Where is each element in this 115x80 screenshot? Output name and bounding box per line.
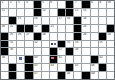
cell-r9c10[interactable]: 45 xyxy=(74,64,81,71)
cell-r6c8-black[interactable] xyxy=(58,41,65,48)
clue-number: 26 xyxy=(18,33,21,36)
crossword-grid: 1234567891011121314151617181920212223242… xyxy=(0,0,115,80)
clue-number: 27 xyxy=(26,33,29,36)
cell-r2c3[interactable] xyxy=(17,9,24,16)
cell-r6c9[interactable]: 33 xyxy=(66,41,73,48)
cell-r9c9-black[interactable] xyxy=(66,64,73,71)
cell-r7c14[interactable] xyxy=(107,48,114,55)
cell-r2c4[interactable] xyxy=(25,9,32,16)
cell-r1c11-black[interactable] xyxy=(82,1,89,8)
clue-number: 9 xyxy=(99,1,101,4)
pencil-mark xyxy=(54,43,56,45)
clue-number: 42 xyxy=(99,56,102,59)
cell-r4c2[interactable]: 21 xyxy=(9,25,16,32)
cell-r9c7[interactable]: 44 xyxy=(50,64,57,71)
cell-r2c7[interactable] xyxy=(50,9,57,16)
cell-r4c3-black[interactable] xyxy=(17,25,24,32)
cell-r8c8[interactable]: 41 xyxy=(58,56,65,63)
cell-r5c10-black[interactable] xyxy=(74,33,81,40)
cell-r10c11-black[interactable] xyxy=(82,72,89,79)
cell-r10c1[interactable] xyxy=(1,72,8,79)
cell-r1c12[interactable]: 8 xyxy=(91,1,98,8)
clue-number: 46 xyxy=(91,64,94,67)
cell-r6c10[interactable]: 34 xyxy=(74,41,81,48)
cell-r8c12-black[interactable] xyxy=(91,56,98,63)
clue-number: 39 xyxy=(2,56,5,59)
clue-number: 38 xyxy=(75,48,78,51)
cell-r1c10[interactable]: 7 xyxy=(74,1,81,8)
cell-r2c12[interactable] xyxy=(91,9,98,16)
cell-r10c9[interactable]: 48 xyxy=(66,72,73,79)
clue-number: 47 xyxy=(34,72,37,75)
cell-r7c7-black[interactable] xyxy=(50,48,57,55)
cell-r4c6-black[interactable] xyxy=(42,25,49,32)
cell-r1c14[interactable]: 10 xyxy=(107,1,114,8)
cell-r8c6[interactable] xyxy=(42,56,49,63)
cell-r10c5[interactable]: 47 xyxy=(34,72,41,79)
cell-r7c10[interactable]: 38 xyxy=(74,48,81,55)
cell-r2c11[interactable]: 14 xyxy=(82,9,89,16)
cell-r1c3[interactable]: 3 xyxy=(17,1,24,8)
cell-r6c13[interactable]: 35 xyxy=(99,41,106,48)
cell-r10c8-black[interactable] xyxy=(58,72,65,79)
clue-number: 36 xyxy=(10,48,13,51)
cell-r9c5[interactable]: 43 xyxy=(34,64,41,71)
clue-number: 22 xyxy=(34,25,37,28)
cell-r9c2-black[interactable] xyxy=(9,64,16,71)
clue-number: 31 xyxy=(10,41,13,44)
clue-number: 35 xyxy=(99,41,102,44)
cell-r9c3[interactable] xyxy=(17,64,24,71)
cell-r2c6[interactable]: 12 xyxy=(42,9,49,16)
cell-r10c10[interactable] xyxy=(74,72,81,79)
cell-r3c6[interactable] xyxy=(42,17,49,24)
cell-r8c10[interactable] xyxy=(74,56,81,63)
cell-r7c13[interactable] xyxy=(99,48,106,55)
cell-r10c2-black[interactable] xyxy=(9,72,16,79)
cell-r7c4[interactable] xyxy=(25,48,32,55)
cell-r2c1[interactable]: 11 xyxy=(1,9,8,16)
clue-number: 41 xyxy=(58,56,61,59)
cell-r3c11[interactable]: 19 xyxy=(82,17,89,24)
cell-r5c13-black[interactable] xyxy=(99,33,106,40)
cell-r1c13[interactable]: 9 xyxy=(99,1,106,8)
clue-number: 2 xyxy=(10,1,12,4)
cell-r5c7[interactable] xyxy=(50,33,57,40)
cell-r3c14[interactable] xyxy=(107,17,114,24)
cell-r3c2-black[interactable] xyxy=(9,17,16,24)
cell-r5c8[interactable] xyxy=(58,33,65,40)
clue-number: 6 xyxy=(50,1,52,4)
cell-r9c13-black[interactable] xyxy=(99,64,106,71)
cell-r4c8[interactable] xyxy=(58,25,65,32)
cell-r4c11[interactable]: 24 xyxy=(82,25,89,32)
clue-number: 37 xyxy=(58,48,61,51)
cell-r1c5-black[interactable] xyxy=(34,1,41,8)
cell-r8c13[interactable]: 42 xyxy=(99,56,106,63)
cell-r1c2[interactable]: 2 xyxy=(9,1,16,8)
clue-number: 25 xyxy=(10,33,13,36)
clue-number: 7 xyxy=(75,1,77,4)
clue-number: 28 xyxy=(42,33,45,36)
clue-number: 43 xyxy=(34,64,37,67)
cell-r4c5[interactable]: 22 xyxy=(34,25,41,32)
cell-r5c12[interactable] xyxy=(91,33,98,40)
cell-r3c5[interactable]: 16 xyxy=(34,17,41,24)
cell-r7c5[interactable] xyxy=(34,48,41,55)
clue-number: 15 xyxy=(18,17,21,20)
cell-r2c14[interactable] xyxy=(107,9,114,16)
cell-r7c3[interactable] xyxy=(17,48,24,55)
cell-r7c1-black[interactable] xyxy=(1,48,8,55)
clue-number: 29 xyxy=(83,33,86,36)
cell-r2c2[interactable] xyxy=(9,9,16,16)
cell-r1c6[interactable]: 5 xyxy=(42,1,49,8)
clue-number: 24 xyxy=(83,25,86,28)
cell-r3c7[interactable] xyxy=(50,17,57,24)
cell-r5c1-black[interactable] xyxy=(1,33,8,40)
cell-r2c8-black[interactable] xyxy=(58,9,65,16)
cell-r9c11[interactable] xyxy=(82,64,89,71)
cell-r4c9[interactable] xyxy=(66,25,73,32)
cell-r10c13[interactable] xyxy=(99,72,106,79)
cell-r3c1[interactable] xyxy=(1,17,8,24)
cell-r3c3[interactable]: 15 xyxy=(17,17,24,24)
cell-r3c12[interactable] xyxy=(91,17,98,24)
cell-r6c2[interactable]: 31 xyxy=(9,41,16,48)
cell-r1c8[interactable] xyxy=(58,1,65,8)
cell-r2c13[interactable] xyxy=(99,9,106,16)
clue-number: 34 xyxy=(75,41,78,44)
cell-r5c11[interactable]: 29 xyxy=(82,33,89,40)
clue-number: 18 xyxy=(67,17,70,20)
cell-r1c4[interactable]: 4 xyxy=(25,1,32,8)
cell-r3c10-black[interactable] xyxy=(74,17,81,24)
cell-r5c5-black[interactable] xyxy=(34,33,41,40)
cell-r7c11[interactable] xyxy=(82,48,89,55)
pencil-mark xyxy=(51,43,53,45)
cell-r8c1[interactable]: 39 xyxy=(1,56,8,63)
clue-number: 4 xyxy=(26,1,28,4)
cell-r5c9[interactable] xyxy=(66,33,73,40)
cell-r4c13[interactable] xyxy=(99,25,106,32)
cell-r4c10-black[interactable] xyxy=(74,25,81,32)
clue-number: 40 xyxy=(34,56,37,59)
clue-number: 33 xyxy=(67,41,70,44)
cell-r6c11[interactable] xyxy=(82,41,89,48)
cell-r8c2[interactable] xyxy=(9,56,16,63)
clue-number: 12 xyxy=(42,9,45,12)
clue-number: 45 xyxy=(75,64,78,67)
cell-r4c14-black[interactable] xyxy=(107,25,114,32)
cell-r7c2[interactable]: 36 xyxy=(9,48,16,55)
cell-r6c3[interactable] xyxy=(17,41,24,48)
cell-r8c14[interactable] xyxy=(107,56,114,63)
cell-r9c4-black[interactable] xyxy=(25,64,32,71)
clue-number: 21 xyxy=(10,25,13,28)
cell-r4c12[interactable] xyxy=(91,25,98,32)
cell-r4c1[interactable]: 20 xyxy=(1,25,8,32)
blue-mark xyxy=(19,57,22,60)
clue-number: 8 xyxy=(91,1,93,4)
clue-number: 44 xyxy=(50,64,53,67)
clue-number: 10 xyxy=(107,1,110,4)
cell-r9c14[interactable] xyxy=(107,64,114,71)
cursor-mark xyxy=(51,57,54,59)
cell-r10c12[interactable]: 49 xyxy=(91,72,98,79)
cell-r6c4[interactable] xyxy=(25,41,32,48)
clue-number: 16 xyxy=(34,17,37,20)
cell-r5c2[interactable]: 25 xyxy=(9,33,16,40)
cell-r4c4-black[interactable] xyxy=(25,25,32,32)
cell-r10c14[interactable] xyxy=(107,72,114,79)
cell-r8c11[interactable] xyxy=(82,56,89,63)
cell-r6c14[interactable] xyxy=(107,41,114,48)
clue-number: 3 xyxy=(18,1,20,4)
clue-number: 23 xyxy=(50,25,53,28)
cell-r10c3[interactable] xyxy=(17,72,24,79)
clue-number: 13 xyxy=(75,9,78,12)
cell-r8c3[interactable] xyxy=(17,56,24,63)
cell-r7c9-black[interactable] xyxy=(66,48,73,55)
cell-r8c9[interactable] xyxy=(66,56,73,63)
clue-number: 17 xyxy=(58,17,61,20)
clue-number: 20 xyxy=(2,25,5,28)
cell-r2c9-black[interactable] xyxy=(66,9,73,16)
cell-r5c3[interactable]: 26 xyxy=(17,33,24,40)
cell-r10c4-black[interactable] xyxy=(25,72,32,79)
cell-r8c5[interactable]: 40 xyxy=(34,56,41,63)
cell-r2c5-black[interactable] xyxy=(34,9,41,16)
cell-r7c12[interactable] xyxy=(91,48,98,55)
cell-r3c9[interactable]: 18 xyxy=(66,17,73,24)
cell-r6c12[interactable] xyxy=(91,41,98,48)
clue-number: 14 xyxy=(83,9,86,12)
clue-number: 19 xyxy=(83,17,86,20)
cell-r9c6[interactable] xyxy=(42,64,49,71)
cell-r3c13[interactable] xyxy=(99,17,106,24)
cell-r2c10[interactable]: 13 xyxy=(74,9,81,16)
cell-r7c8[interactable]: 37 xyxy=(58,48,65,55)
cell-r8c7-black[interactable] xyxy=(50,56,57,63)
cell-r1c7[interactable]: 6 xyxy=(50,1,57,8)
clue-number: 1 xyxy=(2,1,4,4)
cell-r9c12[interactable]: 46 xyxy=(91,64,98,71)
cell-r7c6[interactable] xyxy=(42,48,49,55)
cell-r6c7[interactable] xyxy=(50,41,57,48)
cell-r5c14[interactable]: 30 xyxy=(107,33,114,40)
cell-r6c5[interactable]: 32 xyxy=(34,41,41,48)
cell-r4c7[interactable]: 23 xyxy=(50,25,57,32)
cell-r3c4[interactable] xyxy=(25,17,32,24)
cell-r1c1[interactable]: 1 xyxy=(1,1,8,8)
clue-number: 32 xyxy=(34,41,37,44)
clue-number: 49 xyxy=(91,72,94,75)
cell-r10c6[interactable] xyxy=(42,72,49,79)
cell-r6c6[interactable] xyxy=(42,41,49,48)
cell-r9c1[interactable] xyxy=(1,64,8,71)
clue-number: 5 xyxy=(42,1,44,4)
cell-r1c9-black[interactable] xyxy=(66,1,73,8)
clue-number: 48 xyxy=(67,72,70,75)
clue-number: 30 xyxy=(107,33,110,36)
cell-r10c7[interactable] xyxy=(50,72,57,79)
cell-r5c6[interactable]: 28 xyxy=(42,33,49,40)
cell-r9c8[interactable] xyxy=(58,64,65,71)
clue-number: 11 xyxy=(2,9,5,12)
cell-r3c8[interactable]: 17 xyxy=(58,17,65,24)
cell-r5c4[interactable]: 27 xyxy=(25,33,32,40)
cell-r8c4-black[interactable] xyxy=(25,56,32,63)
cell-r6c1-black[interactable] xyxy=(1,41,8,48)
